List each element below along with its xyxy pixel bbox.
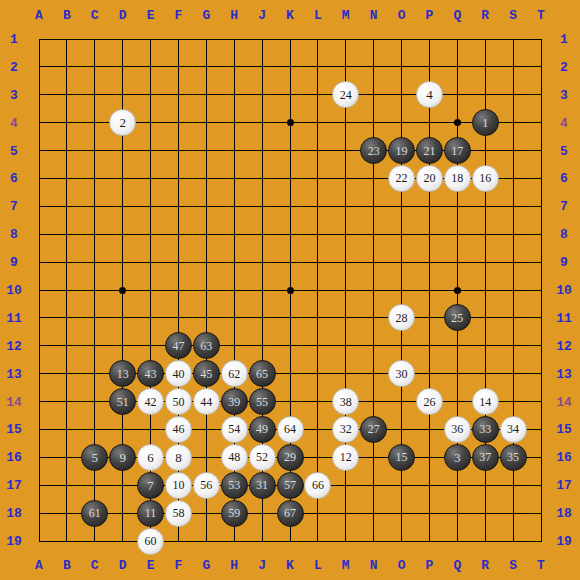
- stone-black-17-Q5[interactable]: 17: [444, 137, 471, 164]
- stone-white-26-P14[interactable]: 26: [416, 388, 443, 415]
- left-row-label-1[interactable]: 1: [10, 32, 18, 47]
- bottom-col-label-M[interactable]: M: [342, 558, 350, 573]
- right-row-label-2[interactable]: 2: [560, 59, 568, 74]
- top-col-label-O[interactable]: O: [398, 8, 406, 23]
- top-col-label-P[interactable]: P: [426, 8, 434, 23]
- grid-vline-G: [206, 39, 207, 542]
- grid-vline-P: [429, 39, 430, 542]
- left-row-label-15[interactable]: 15: [6, 422, 22, 437]
- stone-black-37-R16[interactable]: 37: [472, 444, 499, 471]
- bottom-col-label-S[interactable]: S: [509, 558, 517, 573]
- right-row-label-16[interactable]: 16: [556, 450, 572, 465]
- star-point-K10: [287, 287, 294, 294]
- right-row-label-11[interactable]: 11: [556, 310, 572, 325]
- grid-hline-12: [39, 345, 542, 346]
- stone-white-28-O11[interactable]: 28: [388, 304, 415, 331]
- top-col-label-S[interactable]: S: [509, 8, 517, 23]
- stone-white-44-G14[interactable]: 44: [193, 388, 220, 415]
- stone-black-13-D13[interactable]: 13: [109, 360, 136, 387]
- grid-vline-B: [66, 39, 67, 542]
- stone-black-9-D16[interactable]: 9: [109, 444, 136, 471]
- stone-white-4-P3[interactable]: 4: [416, 81, 443, 108]
- right-row-label-7[interactable]: 7: [560, 199, 568, 214]
- right-row-label-1[interactable]: 1: [560, 32, 568, 47]
- top-col-label-H[interactable]: H: [230, 8, 238, 23]
- stone-white-66-L17[interactable]: 66: [304, 472, 331, 499]
- grid-hline-2: [39, 66, 542, 67]
- grid-hline-3: [39, 94, 542, 95]
- stone-black-39-H14[interactable]: 39: [221, 388, 248, 415]
- stone-black-55-J14[interactable]: 55: [249, 388, 276, 415]
- bottom-col-label-F[interactable]: F: [175, 558, 183, 573]
- left-row-label-14[interactable]: 14: [6, 394, 22, 409]
- bottom-col-label-L[interactable]: L: [314, 558, 322, 573]
- grid-hline-7: [39, 206, 542, 207]
- stone-black-19-O5[interactable]: 19: [388, 137, 415, 164]
- right-row-label-17[interactable]: 17: [556, 478, 572, 493]
- left-row-label-17[interactable]: 17: [6, 478, 22, 493]
- stone-white-52-J16[interactable]: 52: [249, 444, 276, 471]
- stone-white-14-R14[interactable]: 14: [472, 388, 499, 415]
- right-row-label-5[interactable]: 5: [560, 143, 568, 158]
- left-row-label-6[interactable]: 6: [10, 171, 18, 186]
- left-row-label-12[interactable]: 12: [6, 338, 22, 353]
- right-row-label-15[interactable]: 15: [556, 422, 572, 437]
- right-row-label-14[interactable]: 14: [556, 394, 572, 409]
- stone-black-35-S16[interactable]: 35: [500, 444, 527, 471]
- grid-hline-19: [39, 541, 542, 542]
- left-row-label-7[interactable]: 7: [10, 199, 18, 214]
- bottom-col-label-G[interactable]: G: [202, 558, 210, 573]
- grid-vline-N: [373, 39, 374, 542]
- stone-white-54-H15[interactable]: 54: [221, 416, 248, 443]
- top-col-label-F[interactable]: F: [175, 8, 183, 23]
- bottom-col-label-O[interactable]: O: [398, 558, 406, 573]
- stone-black-31-J17[interactable]: 31: [249, 472, 276, 499]
- stone-white-48-H16[interactable]: 48: [221, 444, 248, 471]
- top-col-label-K[interactable]: K: [286, 8, 294, 23]
- stone-white-64-K15[interactable]: 64: [277, 416, 304, 443]
- stone-white-36-Q15[interactable]: 36: [444, 416, 471, 443]
- stone-black-23-N5[interactable]: 23: [360, 137, 387, 164]
- stone-white-58-F18[interactable]: 58: [165, 500, 192, 527]
- star-point-Q10: [454, 287, 461, 294]
- left-row-label-13[interactable]: 13: [6, 366, 22, 381]
- grid-vline-L: [317, 39, 318, 542]
- left-row-label-2[interactable]: 2: [10, 59, 18, 74]
- top-col-label-J[interactable]: J: [258, 8, 266, 23]
- stone-white-60-E19[interactable]: 60: [137, 528, 164, 555]
- top-col-label-E[interactable]: E: [147, 8, 155, 23]
- bottom-col-label-K[interactable]: K: [286, 558, 294, 573]
- bottom-col-label-N[interactable]: N: [370, 558, 378, 573]
- stone-black-67-K18[interactable]: 67: [277, 500, 304, 527]
- left-row-label-16[interactable]: 16: [6, 450, 22, 465]
- right-row-label-6[interactable]: 6: [560, 171, 568, 186]
- stone-black-51-D14[interactable]: 51: [109, 388, 136, 415]
- stone-white-2-D4[interactable]: 2: [109, 109, 136, 136]
- stone-white-24-M3[interactable]: 24: [332, 81, 359, 108]
- stone-black-3-Q16[interactable]: 3: [444, 444, 471, 471]
- grid-hline-9: [39, 262, 542, 263]
- stone-black-27-N15[interactable]: 27: [360, 416, 387, 443]
- top-col-label-Q[interactable]: Q: [453, 8, 461, 23]
- stone-black-25-Q11[interactable]: 25: [444, 304, 471, 331]
- stone-black-11-E18[interactable]: 11: [137, 500, 164, 527]
- stone-white-30-O13[interactable]: 30: [388, 360, 415, 387]
- left-row-label-11[interactable]: 11: [6, 310, 22, 325]
- right-row-label-4[interactable]: 4: [560, 115, 568, 130]
- left-row-label-19[interactable]: 19: [6, 534, 22, 549]
- top-col-label-N[interactable]: N: [370, 8, 378, 23]
- top-col-label-D[interactable]: D: [119, 8, 127, 23]
- grid-vline-A: [39, 39, 40, 542]
- left-row-label-18[interactable]: 18: [6, 506, 22, 521]
- top-col-label-R[interactable]: R: [481, 8, 489, 23]
- bottom-col-label-E[interactable]: E: [147, 558, 155, 573]
- go-board-diagram: AABBCCDDEEFFGGHHJJKKLLMMNNOOPPQQRRSSTT11…: [0, 0, 580, 580]
- left-row-label-8[interactable]: 8: [10, 227, 18, 242]
- stone-black-1-R4[interactable]: 1: [472, 109, 499, 136]
- bottom-col-label-D[interactable]: D: [119, 558, 127, 573]
- right-row-label-3[interactable]: 3: [560, 87, 568, 102]
- stone-white-42-E14[interactable]: 42: [137, 388, 164, 415]
- left-row-label-9[interactable]: 9: [10, 255, 18, 270]
- stone-black-45-G13[interactable]: 45: [193, 360, 220, 387]
- right-row-label-19[interactable]: 19: [556, 534, 572, 549]
- right-row-label-18[interactable]: 18: [556, 506, 572, 521]
- left-row-label-10[interactable]: 10: [6, 283, 22, 298]
- stone-white-8-F16[interactable]: 8: [165, 444, 192, 471]
- stone-black-5-C16[interactable]: 5: [81, 444, 108, 471]
- top-col-label-B[interactable]: B: [63, 8, 71, 23]
- stone-black-21-P5[interactable]: 21: [416, 137, 443, 164]
- stone-white-32-M15[interactable]: 32: [332, 416, 359, 443]
- stone-black-65-J13[interactable]: 65: [249, 360, 276, 387]
- grid-hline-8: [39, 234, 542, 235]
- stone-white-34-S15[interactable]: 34: [500, 416, 527, 443]
- stone-black-61-C18[interactable]: 61: [81, 500, 108, 527]
- bottom-col-label-A[interactable]: A: [35, 558, 43, 573]
- stone-black-47-F12[interactable]: 47: [165, 332, 192, 359]
- bottom-col-label-R[interactable]: R: [481, 558, 489, 573]
- top-col-label-L[interactable]: L: [314, 8, 322, 23]
- right-row-label-9[interactable]: 9: [560, 255, 568, 270]
- stone-black-57-K17[interactable]: 57: [277, 472, 304, 499]
- bottom-col-label-T[interactable]: T: [537, 558, 545, 573]
- right-row-label-10[interactable]: 10: [556, 283, 572, 298]
- stone-black-63-G12[interactable]: 63: [193, 332, 220, 359]
- bottom-col-label-B[interactable]: B: [63, 558, 71, 573]
- stone-white-50-F14[interactable]: 50: [165, 388, 192, 415]
- star-point-K4: [287, 119, 294, 126]
- bottom-col-label-J[interactable]: J: [258, 558, 266, 573]
- stone-white-46-F15[interactable]: 46: [165, 416, 192, 443]
- top-col-label-M[interactable]: M: [342, 8, 350, 23]
- left-row-label-3[interactable]: 3: [10, 87, 18, 102]
- stone-white-56-G17[interactable]: 56: [193, 472, 220, 499]
- right-row-label-12[interactable]: 12: [556, 338, 572, 353]
- top-col-label-C[interactable]: C: [91, 8, 99, 23]
- right-row-label-8[interactable]: 8: [560, 227, 568, 242]
- bottom-col-label-H[interactable]: H: [230, 558, 238, 573]
- top-col-label-G[interactable]: G: [202, 8, 210, 23]
- stone-white-12-M16[interactable]: 12: [332, 444, 359, 471]
- right-row-label-13[interactable]: 13: [556, 366, 572, 381]
- stone-black-49-J15[interactable]: 49: [249, 416, 276, 443]
- stone-black-7-E17[interactable]: 7: [137, 472, 164, 499]
- top-col-label-T[interactable]: T: [537, 8, 545, 23]
- stone-black-43-E13[interactable]: 43: [137, 360, 164, 387]
- bottom-col-label-P[interactable]: P: [426, 558, 434, 573]
- bottom-col-label-Q[interactable]: Q: [453, 558, 461, 573]
- top-col-label-A[interactable]: A: [35, 8, 43, 23]
- stone-black-33-R15[interactable]: 33: [472, 416, 499, 443]
- bottom-col-label-C[interactable]: C: [91, 558, 99, 573]
- stone-black-29-K16[interactable]: 29: [277, 444, 304, 471]
- stone-black-59-H18[interactable]: 59: [221, 500, 248, 527]
- stone-white-6-E16[interactable]: 6: [137, 444, 164, 471]
- stone-white-10-F17[interactable]: 10: [165, 472, 192, 499]
- stone-white-18-Q6[interactable]: 18: [444, 165, 471, 192]
- stone-white-62-H13[interactable]: 62: [221, 360, 248, 387]
- stone-white-40-F13[interactable]: 40: [165, 360, 192, 387]
- grid-vline-T: [541, 39, 542, 542]
- stone-black-15-O16[interactable]: 15: [388, 444, 415, 471]
- stone-white-16-R6[interactable]: 16: [472, 165, 499, 192]
- stone-black-53-H17[interactable]: 53: [221, 472, 248, 499]
- stone-white-20-P6[interactable]: 20: [416, 165, 443, 192]
- star-point-D10: [119, 287, 126, 294]
- stone-white-22-O6[interactable]: 22: [388, 165, 415, 192]
- left-row-label-5[interactable]: 5: [10, 143, 18, 158]
- left-row-label-4[interactable]: 4: [10, 115, 18, 130]
- stone-white-38-M14[interactable]: 38: [332, 388, 359, 415]
- grid-hline-1: [39, 39, 542, 40]
- star-point-Q4: [454, 119, 461, 126]
